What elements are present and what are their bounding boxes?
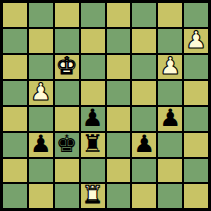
square-h4[interactable]	[184, 107, 208, 131]
square-d1[interactable]: ♜	[81, 184, 105, 208]
square-e7[interactable]	[107, 29, 131, 53]
black-king-piece: ♚	[56, 132, 78, 156]
square-b8[interactable]	[29, 3, 53, 27]
white-rook-piece: ♜	[82, 183, 104, 207]
black-rook-piece: ♜	[82, 132, 104, 156]
square-b6[interactable]	[29, 55, 53, 79]
square-f7[interactable]	[132, 29, 156, 53]
square-a1[interactable]	[3, 184, 27, 208]
square-b2[interactable]	[29, 159, 53, 183]
square-d8[interactable]	[81, 3, 105, 27]
square-a8[interactable]	[3, 3, 27, 27]
square-e2[interactable]	[107, 159, 131, 183]
square-c1[interactable]	[55, 184, 79, 208]
white-pawn-piece: ♟	[185, 28, 207, 52]
square-g8[interactable]	[158, 3, 182, 27]
square-g6[interactable]: ♟	[158, 55, 182, 79]
square-f1[interactable]	[132, 184, 156, 208]
square-e8[interactable]	[107, 3, 131, 27]
square-e6[interactable]	[107, 55, 131, 79]
square-b7[interactable]	[29, 29, 53, 53]
square-a2[interactable]	[3, 159, 27, 183]
square-c5[interactable]	[55, 81, 79, 105]
square-g2[interactable]	[158, 159, 182, 183]
square-f5[interactable]	[132, 81, 156, 105]
white-pawn-piece: ♟	[159, 54, 181, 78]
square-d2[interactable]	[81, 159, 105, 183]
square-e3[interactable]	[107, 133, 131, 157]
square-b3[interactable]: ♟	[29, 133, 53, 157]
square-d7[interactable]	[81, 29, 105, 53]
square-c3[interactable]: ♚	[55, 133, 79, 157]
black-pawn-piece: ♟	[82, 106, 104, 130]
square-g3[interactable]	[158, 133, 182, 157]
square-f2[interactable]	[132, 159, 156, 183]
square-d4[interactable]: ♟	[81, 107, 105, 131]
square-g4[interactable]: ♟	[158, 107, 182, 131]
black-pawn-piece: ♟	[134, 132, 156, 156]
square-d3[interactable]: ♜	[81, 133, 105, 157]
black-pawn-piece: ♟	[30, 132, 52, 156]
square-f4[interactable]	[132, 107, 156, 131]
square-e1[interactable]	[107, 184, 131, 208]
square-a3[interactable]	[3, 133, 27, 157]
square-b4[interactable]	[29, 107, 53, 131]
square-h1[interactable]	[184, 184, 208, 208]
square-g1[interactable]	[158, 184, 182, 208]
square-g5[interactable]	[158, 81, 182, 105]
square-h6[interactable]	[184, 55, 208, 79]
square-f8[interactable]	[132, 3, 156, 27]
square-e5[interactable]	[107, 81, 131, 105]
square-a5[interactable]	[3, 81, 27, 105]
square-a4[interactable]	[3, 107, 27, 131]
square-h8[interactable]	[184, 3, 208, 27]
square-c4[interactable]	[55, 107, 79, 131]
square-h7[interactable]: ♟	[184, 29, 208, 53]
square-c7[interactable]	[55, 29, 79, 53]
square-a7[interactable]	[3, 29, 27, 53]
square-c2[interactable]	[55, 159, 79, 183]
black-pawn-piece: ♟	[159, 106, 181, 130]
square-c8[interactable]	[55, 3, 79, 27]
square-a6[interactable]	[3, 55, 27, 79]
square-g7[interactable]	[158, 29, 182, 53]
square-c6[interactable]: ♚	[55, 55, 79, 79]
square-d6[interactable]	[81, 55, 105, 79]
square-d5[interactable]	[81, 81, 105, 105]
white-king-piece: ♚	[56, 54, 78, 78]
square-e4[interactable]	[107, 107, 131, 131]
square-h3[interactable]	[184, 133, 208, 157]
square-b5[interactable]: ♟	[29, 81, 53, 105]
square-h2[interactable]	[184, 159, 208, 183]
chess-board: ♟♚♟♟♟♟♟♚♜♟♜	[0, 0, 211, 211]
white-pawn-piece: ♟	[30, 80, 52, 104]
square-f3[interactable]: ♟	[132, 133, 156, 157]
square-h5[interactable]	[184, 81, 208, 105]
square-b1[interactable]	[29, 184, 53, 208]
square-f6[interactable]	[132, 55, 156, 79]
